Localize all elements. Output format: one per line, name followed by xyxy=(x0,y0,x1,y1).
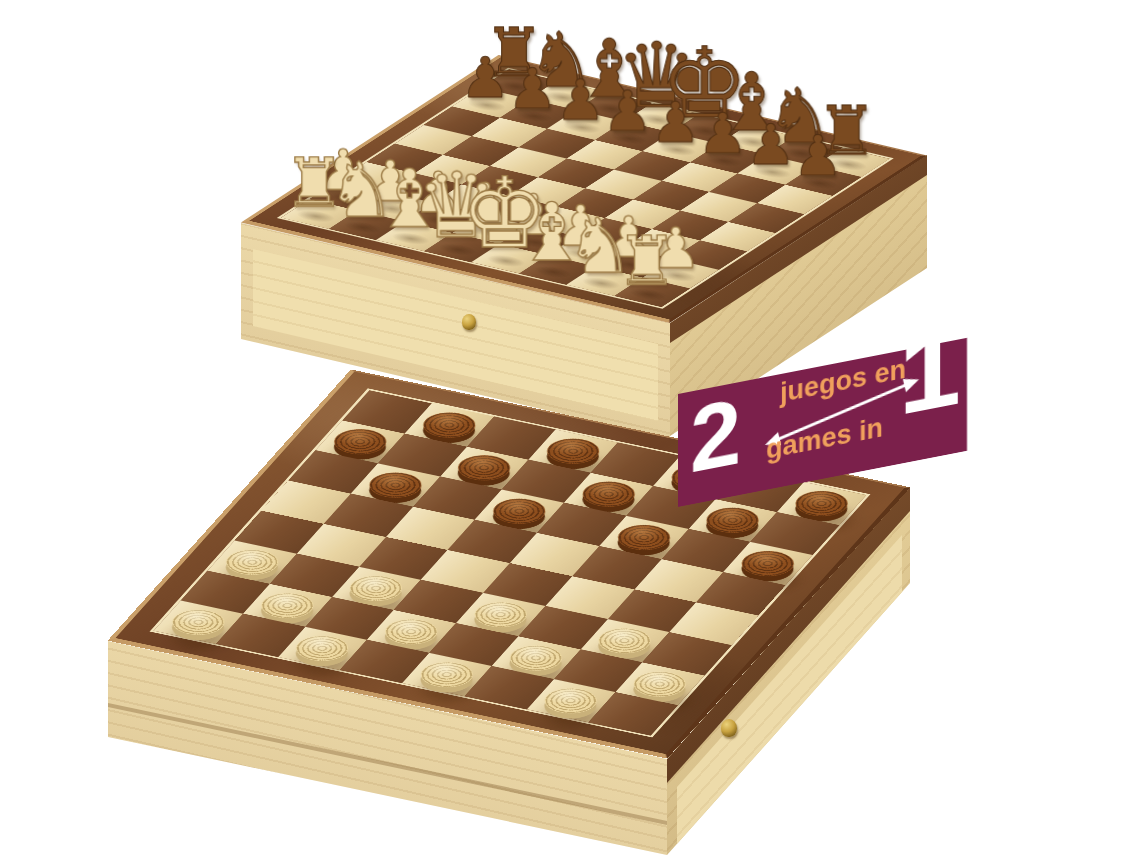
chess-square: ♟ xyxy=(642,133,718,163)
checker-piece-dark xyxy=(574,478,642,511)
checkers-square xyxy=(440,446,529,489)
checker-piece-light xyxy=(377,615,445,648)
chess-piece-black-p: ♟ xyxy=(520,72,640,128)
checkers-square xyxy=(564,473,653,516)
checkers-square xyxy=(342,390,431,433)
product-photo: ♜♞♝♛♚♝♞♜♟♟♟♟♟♟♟♟♟♟♟♟♟♟♟♟♜♞♝♛♚♝♞♜ 2 juego… xyxy=(0,0,1140,855)
chess-piece-black-q: ♛ xyxy=(596,31,716,121)
checker-piece-light xyxy=(253,589,321,622)
checker-piece-light xyxy=(502,641,570,674)
checkers-square xyxy=(315,420,404,463)
chess-square xyxy=(424,106,500,136)
checker-piece-dark xyxy=(326,425,394,458)
chess-square: ♟ xyxy=(690,144,766,174)
checker-piece-dark xyxy=(788,487,856,520)
chess-square: ♞ xyxy=(528,80,604,110)
checkers-square xyxy=(448,520,537,563)
checkers-square xyxy=(405,403,494,446)
chess-piece-black-p: ♟ xyxy=(711,117,831,173)
badge-number-1: 1 xyxy=(899,309,961,433)
checkers-square xyxy=(324,494,413,537)
checker-piece-light xyxy=(537,684,605,717)
chess-square xyxy=(566,140,642,170)
checkers-square xyxy=(351,463,440,506)
checkers-square xyxy=(591,443,680,486)
chess-square: ♟ xyxy=(737,155,813,185)
checker-piece-light xyxy=(412,658,480,691)
badge-number-2: 2 xyxy=(690,388,741,485)
checker-piece-dark xyxy=(485,495,553,528)
chess-square: ♟ xyxy=(595,121,671,151)
checkers-square xyxy=(386,507,475,550)
chess-square xyxy=(471,118,547,148)
chess-piece-black-p: ♟ xyxy=(663,106,783,162)
checker-piece-dark xyxy=(450,451,518,484)
checker-piece-dark xyxy=(699,504,767,537)
checkers-square xyxy=(288,450,377,493)
checker-piece-light xyxy=(288,632,356,665)
chess-square: ♝ xyxy=(718,125,794,155)
checkers-square xyxy=(467,416,556,459)
chess-square: ♝ xyxy=(576,92,652,122)
checker-piece-dark xyxy=(415,408,483,441)
checker-piece-light xyxy=(164,606,232,639)
checkers-square xyxy=(537,503,626,546)
chess-piece-black-p: ♟ xyxy=(615,95,735,151)
chess-piece-black-p: ♟ xyxy=(758,128,878,184)
checkers-square xyxy=(413,477,502,520)
chess-square xyxy=(519,129,595,159)
checkers-square xyxy=(261,480,350,523)
chess-piece-black-p: ♟ xyxy=(473,61,593,117)
checkers-square xyxy=(378,433,467,476)
checker-piece-dark xyxy=(539,435,607,468)
checkers-square xyxy=(529,430,618,473)
checker-piece-dark xyxy=(734,547,802,580)
chess-square: ♟ xyxy=(452,88,528,118)
chess-square: ♟ xyxy=(547,110,623,140)
chess-square xyxy=(614,151,690,181)
chess-piece-black-n: ♞ xyxy=(501,23,621,99)
checker-piece-light xyxy=(466,598,534,631)
chess-square: ♜ xyxy=(481,69,557,99)
checkers-square xyxy=(777,482,866,525)
checkers-square xyxy=(297,524,386,567)
checkers-square xyxy=(502,460,591,503)
checkers-square xyxy=(235,510,324,553)
chess-square: ♛ xyxy=(623,103,699,133)
checkers-board-scene xyxy=(204,259,814,855)
checker-piece-dark xyxy=(361,468,429,501)
chess-piece-black-r: ♜ xyxy=(454,19,574,87)
chess-piece-black-b: ♝ xyxy=(692,63,812,143)
chess-piece-black-b: ♝ xyxy=(549,30,669,110)
checker-piece-light xyxy=(626,667,694,700)
checkers-square xyxy=(599,516,688,559)
chess-piece-black-p: ♟ xyxy=(568,83,688,139)
chess-piece-black-p: ♟ xyxy=(425,50,545,106)
checker-piece-dark xyxy=(609,521,677,554)
checker-piece-light xyxy=(591,624,659,657)
checkers-square xyxy=(688,499,777,542)
checkers-square xyxy=(475,490,564,533)
chess-square: ♞ xyxy=(766,136,842,166)
checker-piece-light xyxy=(218,546,286,579)
chess-square xyxy=(661,162,737,192)
chess-square: ♚ xyxy=(671,114,747,144)
chess-square: ♟ xyxy=(500,99,576,129)
checker-piece-light xyxy=(342,572,410,605)
chess-piece-black-k: ♚ xyxy=(644,34,764,132)
